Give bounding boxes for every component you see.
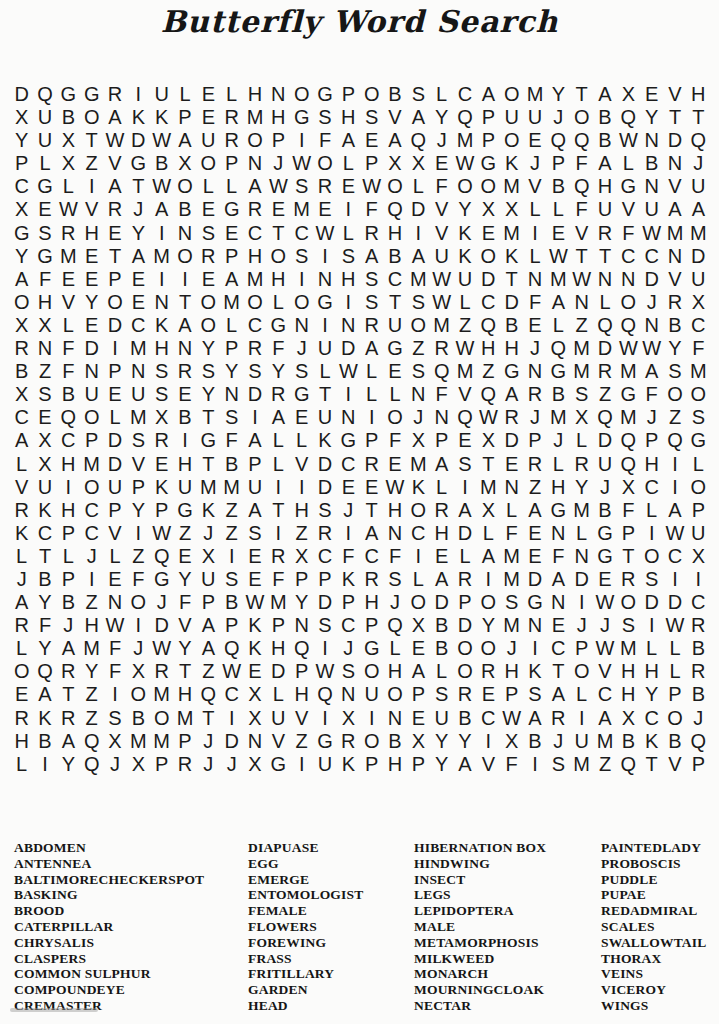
grid-cell: J bbox=[57, 614, 80, 637]
grid-cell: U bbox=[687, 175, 710, 198]
grid-cell: O bbox=[313, 152, 336, 175]
grid-cell: I bbox=[337, 522, 360, 545]
grid-cell: Z bbox=[453, 314, 476, 337]
grid-cell: N bbox=[547, 522, 570, 545]
grid-cell: D bbox=[10, 83, 33, 106]
grid-cell: O bbox=[127, 591, 150, 614]
grid-cell: I bbox=[267, 522, 290, 545]
grid-cell: I bbox=[290, 268, 313, 291]
grid-cell: T bbox=[267, 222, 290, 245]
grid-cell: I bbox=[313, 707, 336, 730]
grid-cell: P bbox=[360, 152, 383, 175]
grid-cell: W bbox=[477, 406, 500, 429]
grid-cell: U bbox=[267, 707, 290, 730]
grid-cell: B bbox=[687, 683, 710, 706]
grid-cell: S bbox=[33, 383, 56, 406]
grid-cell: F bbox=[57, 360, 80, 383]
grid-cell: Z bbox=[477, 360, 500, 383]
grid-cell: A bbox=[477, 83, 500, 106]
grid-cell: J bbox=[547, 730, 570, 753]
grid-cell: I bbox=[80, 568, 103, 591]
grid-cell: I bbox=[243, 406, 266, 429]
grid-cell: D bbox=[267, 660, 290, 683]
grid-cell: Z bbox=[663, 406, 686, 429]
grid-cell: P bbox=[523, 429, 546, 452]
grid-cell: J bbox=[523, 152, 546, 175]
grid-cell: P bbox=[617, 522, 640, 545]
grid-cell: A bbox=[150, 198, 173, 221]
grid-cell: U bbox=[33, 106, 56, 129]
grid-cell: Q bbox=[80, 753, 103, 776]
grid-cell: T bbox=[383, 291, 406, 314]
grid-cell: R bbox=[687, 614, 710, 637]
grid-cell: L bbox=[407, 568, 430, 591]
grid-cell: A bbox=[127, 245, 150, 268]
grid-cell: J bbox=[127, 637, 150, 660]
grid-cell: A bbox=[10, 429, 33, 452]
grid-cell: V bbox=[453, 383, 476, 406]
grid-cell: A bbox=[197, 614, 220, 637]
grid-cell: T bbox=[127, 175, 150, 198]
grid-cell: L bbox=[337, 152, 360, 175]
grid-cell: E bbox=[150, 453, 173, 476]
grid-cell: P bbox=[103, 499, 126, 522]
grid-cell: I bbox=[523, 222, 546, 245]
grid-cell: N bbox=[523, 614, 546, 637]
grid-cell: H bbox=[617, 660, 640, 683]
grid-cell: V bbox=[523, 175, 546, 198]
grid-cell: E bbox=[430, 152, 453, 175]
grid-cell: T bbox=[547, 660, 570, 683]
grid-cell: O bbox=[500, 83, 523, 106]
grid-cell: M bbox=[617, 406, 640, 429]
grid-cell: K bbox=[640, 730, 663, 753]
grid-cell: K bbox=[243, 614, 266, 637]
grid-cell: D bbox=[523, 568, 546, 591]
grid-cell: S bbox=[243, 522, 266, 545]
grid-cell: E bbox=[33, 406, 56, 429]
grid-cell: G bbox=[57, 83, 80, 106]
grid-cell: X bbox=[10, 198, 33, 221]
grid-cell: A bbox=[523, 707, 546, 730]
grid-cell: J bbox=[80, 545, 103, 568]
grid-cell: U bbox=[640, 198, 663, 221]
grid-cell: F bbox=[220, 429, 243, 452]
grid-cell: F bbox=[430, 175, 453, 198]
grid-cell: X bbox=[570, 406, 593, 429]
grid-cell: N bbox=[80, 360, 103, 383]
grid-cell: H bbox=[243, 83, 266, 106]
grid-cell: N bbox=[640, 314, 663, 337]
grid-cell: O bbox=[360, 660, 383, 683]
grid-cell: O bbox=[477, 175, 500, 198]
grid-cell: Y bbox=[453, 198, 476, 221]
grid-cell: O bbox=[687, 383, 710, 406]
grid-cell: C bbox=[617, 245, 640, 268]
grid-cell: E bbox=[313, 198, 336, 221]
grid-cell: P bbox=[173, 730, 196, 753]
grid-cell: I bbox=[313, 245, 336, 268]
grid-cell: E bbox=[103, 222, 126, 245]
grid-cell: Q bbox=[453, 406, 476, 429]
grid-cell: S bbox=[430, 683, 453, 706]
grid-cell: Q bbox=[33, 660, 56, 683]
word-item: MONARCH bbox=[414, 966, 601, 982]
grid-cell: L bbox=[220, 175, 243, 198]
grid-cell: S bbox=[313, 614, 336, 637]
grid-cell: D bbox=[500, 429, 523, 452]
grid-cell: B bbox=[383, 245, 406, 268]
word-item: CLASPERS bbox=[14, 951, 248, 967]
grid-cell: B bbox=[383, 730, 406, 753]
grid-cell: X bbox=[33, 314, 56, 337]
grid-cell: J bbox=[523, 337, 546, 360]
word-item: HEAD bbox=[248, 998, 414, 1014]
letter-grid: DQGGRIULELHNOGPOBSLCAOMYTAXEVHXUBOAKKPER… bbox=[10, 83, 710, 776]
grid-cell: Y bbox=[220, 360, 243, 383]
grid-cell: J bbox=[407, 406, 430, 429]
grid-cell: N bbox=[383, 522, 406, 545]
grid-cell: R bbox=[360, 314, 383, 337]
grid-cell: Z bbox=[173, 522, 196, 545]
grid-cell: S bbox=[290, 175, 313, 198]
grid-cell: V bbox=[663, 175, 686, 198]
grid-cell: E bbox=[523, 522, 546, 545]
grid-cell: V bbox=[663, 83, 686, 106]
grid-cell: U bbox=[197, 568, 220, 591]
grid-cell: Q bbox=[663, 429, 686, 452]
grid-cell: E bbox=[430, 545, 453, 568]
grid-cell: F bbox=[570, 198, 593, 221]
grid-cell: F bbox=[127, 568, 150, 591]
grid-cell: Y bbox=[127, 499, 150, 522]
grid-cell: E bbox=[173, 545, 196, 568]
grid-cell: E bbox=[547, 222, 570, 245]
grid-cell: R bbox=[10, 707, 33, 730]
grid-cell: R bbox=[10, 614, 33, 637]
grid-cell: B bbox=[640, 152, 663, 175]
grid-cell: U bbox=[313, 406, 336, 429]
grid-cell: M bbox=[173, 707, 196, 730]
grid-cell: J bbox=[687, 707, 710, 730]
grid-cell: U bbox=[173, 476, 196, 499]
word-column: HIBERNATION BOXHINDWINGINSECTLEGSLEPIDOP… bbox=[414, 840, 601, 1014]
grid-cell: H bbox=[57, 453, 80, 476]
grid-cell: F bbox=[103, 637, 126, 660]
grid-cell: O bbox=[663, 707, 686, 730]
grid-cell: C bbox=[220, 683, 243, 706]
grid-cell: S bbox=[150, 383, 173, 406]
grid-cell: A bbox=[57, 730, 80, 753]
grid-cell: W bbox=[430, 291, 453, 314]
grid-cell: B bbox=[220, 591, 243, 614]
grid-cell: H bbox=[383, 222, 406, 245]
grid-cell: R bbox=[57, 222, 80, 245]
grid-cell: E bbox=[197, 106, 220, 129]
word-item: BASKING bbox=[14, 887, 248, 903]
grid-cell: J bbox=[150, 591, 173, 614]
grid-cell: Q bbox=[687, 730, 710, 753]
grid-cell: E bbox=[220, 222, 243, 245]
grid-cell: O bbox=[150, 707, 173, 730]
grid-cell: V bbox=[127, 453, 150, 476]
grid-cell: O bbox=[290, 291, 313, 314]
grid-cell: I bbox=[477, 568, 500, 591]
grid-cell: R bbox=[220, 106, 243, 129]
grid-cell: H bbox=[150, 337, 173, 360]
grid-cell: U bbox=[360, 683, 383, 706]
grid-cell: G bbox=[337, 429, 360, 452]
grid-cell: F bbox=[640, 383, 663, 406]
grid-cell: M bbox=[570, 753, 593, 776]
word-item: GARDEN bbox=[248, 982, 414, 998]
grid-cell: L bbox=[220, 83, 243, 106]
grid-cell: T bbox=[103, 245, 126, 268]
grid-cell: D bbox=[243, 383, 266, 406]
grid-cell: O bbox=[243, 291, 266, 314]
grid-cell: I bbox=[687, 568, 710, 591]
grid-cell: Z bbox=[80, 683, 103, 706]
grid-cell: L bbox=[523, 245, 546, 268]
grid-cell: O bbox=[10, 291, 33, 314]
grid-cell: M bbox=[57, 245, 80, 268]
word-item: COMPOUNDEYE bbox=[14, 982, 248, 998]
grid-cell: X bbox=[500, 198, 523, 221]
grid-cell: H bbox=[173, 453, 196, 476]
grid-cell: E bbox=[593, 568, 616, 591]
grid-cell: M bbox=[617, 360, 640, 383]
grid-cell: E bbox=[500, 453, 523, 476]
grid-cell: K bbox=[313, 429, 336, 452]
grid-cell: W bbox=[150, 129, 173, 152]
grid-cell: W bbox=[360, 175, 383, 198]
grid-cell: M bbox=[80, 637, 103, 660]
grid-cell: A bbox=[103, 175, 126, 198]
grid-cell: L bbox=[220, 314, 243, 337]
grid-cell: M bbox=[453, 129, 476, 152]
grid-cell: H bbox=[290, 683, 313, 706]
grid-cell: C bbox=[337, 614, 360, 637]
grid-cell: W bbox=[640, 337, 663, 360]
grid-cell: T bbox=[197, 406, 220, 429]
grid-cell: G bbox=[80, 83, 103, 106]
grid-cell: C bbox=[80, 522, 103, 545]
grid-cell: F bbox=[383, 545, 406, 568]
grid-cell: L bbox=[103, 406, 126, 429]
grid-cell: Q bbox=[477, 383, 500, 406]
grid-cell: I bbox=[337, 291, 360, 314]
grid-cell: I bbox=[57, 476, 80, 499]
grid-cell: B bbox=[150, 152, 173, 175]
grid-cell: S bbox=[617, 614, 640, 637]
grid-cell: N bbox=[663, 245, 686, 268]
grid-cell: B bbox=[593, 106, 616, 129]
grid-cell: O bbox=[173, 175, 196, 198]
grid-cell: S bbox=[687, 406, 710, 429]
grid-cell: L bbox=[267, 429, 290, 452]
grid-cell: A bbox=[243, 175, 266, 198]
grid-cell: T bbox=[197, 707, 220, 730]
grid-cell: G bbox=[197, 429, 220, 452]
grid-cell: T bbox=[477, 453, 500, 476]
grid-cell: X bbox=[243, 707, 266, 730]
grid-cell: H bbox=[360, 591, 383, 614]
grid-cell: Y bbox=[430, 753, 453, 776]
grid-cell: L bbox=[547, 453, 570, 476]
grid-cell: W bbox=[243, 591, 266, 614]
grid-cell: D bbox=[337, 337, 360, 360]
grid-cell: R bbox=[103, 198, 126, 221]
grid-cell: Q bbox=[547, 129, 570, 152]
grid-cell: W bbox=[547, 245, 570, 268]
grid-cell: R bbox=[430, 499, 453, 522]
grid-cell: N bbox=[337, 683, 360, 706]
word-item: PROBOSCIS bbox=[601, 856, 711, 872]
grid-cell: F bbox=[103, 660, 126, 683]
grid-cell: L bbox=[57, 545, 80, 568]
grid-cell: F bbox=[33, 268, 56, 291]
grid-cell: C bbox=[10, 175, 33, 198]
grid-cell: X bbox=[687, 545, 710, 568]
word-item: LEGS bbox=[414, 887, 601, 903]
grid-cell: T bbox=[57, 683, 80, 706]
grid-cell: F bbox=[570, 152, 593, 175]
grid-cell: R bbox=[500, 406, 523, 429]
grid-cell: E bbox=[477, 222, 500, 245]
grid-cell: K bbox=[337, 568, 360, 591]
grid-cell: D bbox=[687, 245, 710, 268]
grid-cell: T bbox=[617, 545, 640, 568]
grid-cell: U bbox=[33, 476, 56, 499]
grid-cell: J bbox=[640, 291, 663, 314]
word-item: ENTOMOLOGIST bbox=[248, 887, 414, 903]
grid-cell: Q bbox=[593, 406, 616, 429]
grid-cell: R bbox=[523, 453, 546, 476]
grid-cell: O bbox=[383, 175, 406, 198]
grid-cell: E bbox=[407, 637, 430, 660]
grid-cell: J bbox=[197, 730, 220, 753]
grid-cell: B bbox=[10, 360, 33, 383]
grid-cell: E bbox=[383, 360, 406, 383]
grid-cell: L bbox=[570, 683, 593, 706]
grid-cell: U bbox=[103, 476, 126, 499]
grid-cell: L bbox=[570, 522, 593, 545]
grid-cell: N bbox=[640, 129, 663, 152]
grid-cell: X bbox=[407, 614, 430, 637]
word-item: ABDOMEN bbox=[14, 840, 248, 856]
grid-cell: H bbox=[383, 753, 406, 776]
grid-cell: A bbox=[243, 429, 266, 452]
grid-cell: B bbox=[687, 637, 710, 660]
grid-cell: O bbox=[80, 406, 103, 429]
word-item: CATERPILLAR bbox=[14, 919, 248, 935]
grid-cell: E bbox=[477, 683, 500, 706]
grid-cell: H bbox=[80, 222, 103, 245]
grid-cell: A bbox=[33, 683, 56, 706]
grid-cell: Z bbox=[570, 314, 593, 337]
grid-cell: L bbox=[360, 360, 383, 383]
grid-cell: C bbox=[640, 245, 663, 268]
word-item: METAMORPHOSIS bbox=[414, 935, 601, 951]
grid-cell: K bbox=[453, 222, 476, 245]
grid-cell: A bbox=[360, 245, 383, 268]
grid-cell: F bbox=[57, 337, 80, 360]
grid-cell: R bbox=[313, 522, 336, 545]
word-item: EGG bbox=[248, 856, 414, 872]
grid-cell: O bbox=[407, 499, 430, 522]
grid-cell: D bbox=[103, 453, 126, 476]
grid-cell: M bbox=[477, 476, 500, 499]
grid-cell: L bbox=[267, 683, 290, 706]
grid-cell: B bbox=[173, 198, 196, 221]
grid-cell: A bbox=[337, 129, 360, 152]
grid-cell: W bbox=[663, 522, 686, 545]
grid-cell: R bbox=[687, 660, 710, 683]
grid-cell: R bbox=[360, 453, 383, 476]
grid-cell: I bbox=[407, 222, 430, 245]
grid-cell: Q bbox=[477, 314, 500, 337]
grid-cell: D bbox=[593, 429, 616, 452]
grid-cell: S bbox=[313, 106, 336, 129]
grid-cell: A bbox=[593, 152, 616, 175]
grid-cell: L bbox=[430, 660, 453, 683]
grid-cell: N bbox=[617, 268, 640, 291]
grid-cell: Y bbox=[197, 337, 220, 360]
grid-cell: E bbox=[523, 545, 546, 568]
grid-cell: E bbox=[453, 429, 476, 452]
grid-cell: P bbox=[360, 614, 383, 637]
grid-cell: C bbox=[407, 522, 430, 545]
grid-cell: D bbox=[430, 591, 453, 614]
grid-cell: B bbox=[430, 614, 453, 637]
grid-cell: I bbox=[337, 383, 360, 406]
grid-cell: L bbox=[267, 291, 290, 314]
grid-cell: A bbox=[593, 707, 616, 730]
grid-cell: E bbox=[360, 129, 383, 152]
grid-cell: Y bbox=[80, 291, 103, 314]
grid-cell: W bbox=[430, 268, 453, 291]
grid-cell: N bbox=[570, 291, 593, 314]
scan-artifact bbox=[10, 1008, 98, 1012]
grid-cell: M bbox=[127, 337, 150, 360]
grid-cell: X bbox=[57, 129, 80, 152]
grid-cell: N bbox=[173, 222, 196, 245]
grid-cell: Q bbox=[290, 637, 313, 660]
grid-cell: V bbox=[570, 222, 593, 245]
grid-cell: M bbox=[500, 568, 523, 591]
grid-cell: S bbox=[290, 245, 313, 268]
grid-cell: A bbox=[103, 106, 126, 129]
grid-cell: Z bbox=[593, 753, 616, 776]
grid-cell: J bbox=[500, 637, 523, 660]
grid-cell: G bbox=[593, 522, 616, 545]
grid-cell: J bbox=[523, 406, 546, 429]
grid-cell: F bbox=[523, 291, 546, 314]
grid-cell: K bbox=[337, 753, 360, 776]
grid-cell: X bbox=[383, 152, 406, 175]
grid-cell: I bbox=[103, 337, 126, 360]
grid-cell: B bbox=[500, 314, 523, 337]
grid-cell: J bbox=[290, 337, 313, 360]
grid-cell: J bbox=[687, 152, 710, 175]
grid-cell: Y bbox=[173, 568, 196, 591]
grid-cell: V bbox=[617, 198, 640, 221]
grid-cell: G bbox=[547, 499, 570, 522]
grid-cell: I bbox=[127, 522, 150, 545]
grid-cell: R bbox=[453, 683, 476, 706]
grid-cell: P bbox=[477, 106, 500, 129]
grid-cell: O bbox=[477, 637, 500, 660]
